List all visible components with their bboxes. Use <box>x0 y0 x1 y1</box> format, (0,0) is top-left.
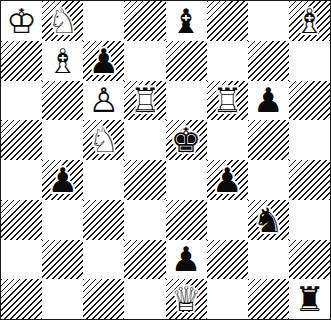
square-a4[interactable] <box>1 160 42 200</box>
piece-glyph: ♟ <box>83 41 124 81</box>
square-e5[interactable]: ♚♚ <box>166 120 207 160</box>
square-h8[interactable]: ♝♗ <box>289 1 330 41</box>
square-b7[interactable]: ♝♗ <box>42 41 83 81</box>
square-b1[interactable] <box>42 279 83 319</box>
white-bishop[interactable]: ♝♗ <box>289 1 330 41</box>
white-pawn[interactable]: ♟♙ <box>83 81 124 121</box>
piece-glyph: ♘ <box>83 120 124 160</box>
square-f4[interactable]: ♟♟ <box>207 160 248 200</box>
square-b3[interactable] <box>42 200 83 240</box>
piece-glyph: ♕ <box>166 279 207 319</box>
square-c7[interactable]: ♟♟ <box>83 41 124 81</box>
square-g6[interactable]: ♟♟ <box>248 81 289 121</box>
white-bishop[interactable]: ♝♗ <box>42 41 83 81</box>
square-f1[interactable] <box>207 279 248 319</box>
square-b5[interactable] <box>42 120 83 160</box>
piece-glyph: ♟ <box>207 160 248 200</box>
square-e1[interactable]: ♛♕ <box>166 279 207 319</box>
square-c1[interactable] <box>83 279 124 319</box>
white-king[interactable]: ♚♔ <box>1 1 42 41</box>
piece-glyph: ♟ <box>42 160 83 200</box>
square-c3[interactable] <box>83 200 124 240</box>
piece-glyph: ♞ <box>248 200 289 240</box>
piece-glyph: ♖ <box>207 81 248 121</box>
square-d6[interactable]: ♜♖ <box>124 81 165 121</box>
square-f7[interactable] <box>207 41 248 81</box>
black-pawn[interactable]: ♟♟ <box>42 160 83 200</box>
white-queen[interactable]: ♛♕ <box>166 279 207 319</box>
square-h3[interactable] <box>289 200 330 240</box>
square-d5[interactable] <box>124 120 165 160</box>
white-rook[interactable]: ♜♖ <box>124 81 165 121</box>
square-a6[interactable] <box>1 81 42 121</box>
square-a5[interactable] <box>1 120 42 160</box>
black-king[interactable]: ♚♚ <box>166 120 207 160</box>
square-a1[interactable] <box>1 279 42 319</box>
piece-glyph: ♗ <box>289 1 330 41</box>
square-f6[interactable]: ♜♖ <box>207 81 248 121</box>
square-g3[interactable]: ♞♞ <box>248 200 289 240</box>
white-knight[interactable]: ♞♘ <box>42 1 83 41</box>
black-pawn[interactable]: ♟♟ <box>166 240 207 280</box>
piece-glyph: ♙ <box>83 81 124 121</box>
black-pawn[interactable]: ♟♟ <box>83 41 124 81</box>
square-c2[interactable] <box>83 240 124 280</box>
square-d1[interactable] <box>124 279 165 319</box>
square-d3[interactable] <box>124 200 165 240</box>
square-f2[interactable] <box>207 240 248 280</box>
black-pawn[interactable]: ♟♟ <box>248 81 289 121</box>
square-h7[interactable] <box>289 41 330 81</box>
piece-glyph: ♟ <box>166 240 207 280</box>
square-c4[interactable] <box>83 160 124 200</box>
piece-glyph: ♖ <box>124 81 165 121</box>
piece-glyph: ♟ <box>248 81 289 121</box>
square-a3[interactable] <box>1 200 42 240</box>
square-a2[interactable] <box>1 240 42 280</box>
chess-board: ♚♔♞♘♝♝♝♗♝♗♟♟♟♙♜♖♜♖♟♟♞♘♚♚♟♟♟♟♞♞♟♟♛♕♜♜ <box>0 0 331 320</box>
square-h6[interactable] <box>289 81 330 121</box>
square-f3[interactable] <box>207 200 248 240</box>
square-d8[interactable] <box>124 1 165 41</box>
piece-glyph: ♚ <box>166 120 207 160</box>
square-e3[interactable] <box>166 200 207 240</box>
square-c8[interactable] <box>83 1 124 41</box>
square-g1[interactable] <box>248 279 289 319</box>
piece-glyph: ♔ <box>1 1 42 41</box>
square-g2[interactable] <box>248 240 289 280</box>
square-e4[interactable] <box>166 160 207 200</box>
square-f8[interactable] <box>207 1 248 41</box>
square-e2[interactable]: ♟♟ <box>166 240 207 280</box>
piece-glyph: ♘ <box>42 1 83 41</box>
square-h5[interactable] <box>289 120 330 160</box>
square-c5[interactable]: ♞♘ <box>83 120 124 160</box>
white-knight[interactable]: ♞♘ <box>83 120 124 160</box>
square-e8[interactable]: ♝♝ <box>166 1 207 41</box>
black-pawn[interactable]: ♟♟ <box>207 160 248 200</box>
square-e7[interactable] <box>166 41 207 81</box>
white-rook[interactable]: ♜♖ <box>207 81 248 121</box>
square-g7[interactable] <box>248 41 289 81</box>
square-a7[interactable] <box>1 41 42 81</box>
square-g4[interactable] <box>248 160 289 200</box>
square-f5[interactable] <box>207 120 248 160</box>
square-b8[interactable]: ♞♘ <box>42 1 83 41</box>
square-b6[interactable] <box>42 81 83 121</box>
square-d4[interactable] <box>124 160 165 200</box>
black-rook[interactable]: ♜♜ <box>289 279 330 319</box>
piece-glyph: ♝ <box>166 1 207 41</box>
square-b4[interactable]: ♟♟ <box>42 160 83 200</box>
square-h1[interactable]: ♜♜ <box>289 279 330 319</box>
square-d2[interactable] <box>124 240 165 280</box>
black-bishop[interactable]: ♝♝ <box>166 1 207 41</box>
square-h4[interactable] <box>289 160 330 200</box>
square-a8[interactable]: ♚♔ <box>1 1 42 41</box>
square-h2[interactable] <box>289 240 330 280</box>
piece-glyph: ♜ <box>289 279 330 319</box>
square-c6[interactable]: ♟♙ <box>83 81 124 121</box>
square-e6[interactable] <box>166 81 207 121</box>
square-g8[interactable] <box>248 1 289 41</box>
square-b2[interactable] <box>42 240 83 280</box>
black-knight[interactable]: ♞♞ <box>248 200 289 240</box>
square-g5[interactable] <box>248 120 289 160</box>
piece-glyph: ♗ <box>42 41 83 81</box>
square-d7[interactable] <box>124 41 165 81</box>
